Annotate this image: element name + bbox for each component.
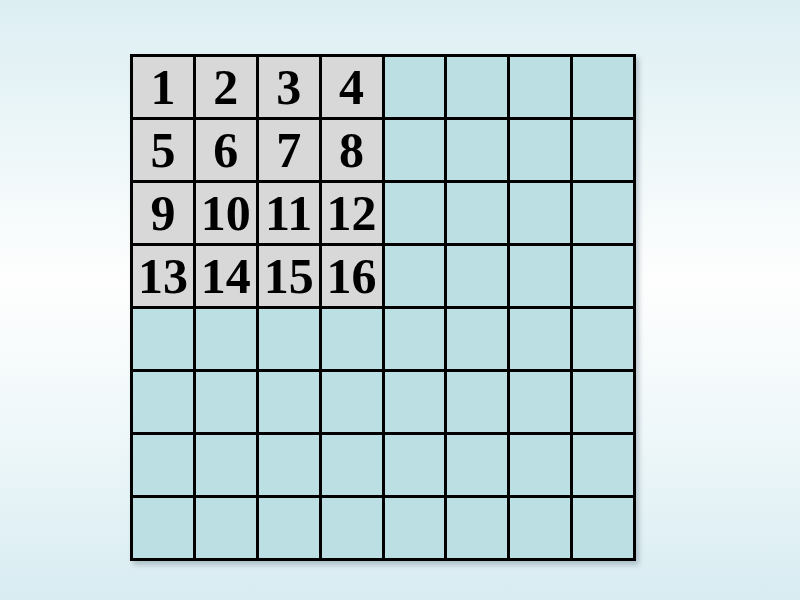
cell-r4c7 <box>510 246 570 306</box>
cell-r4c3: 15 <box>259 246 319 306</box>
grid-board: 12345678910111213141516 <box>130 54 636 561</box>
cell-r1c7 <box>510 57 570 117</box>
cell-r6c7 <box>510 372 570 432</box>
cell-r1c6 <box>447 57 507 117</box>
cell-r6c8 <box>573 372 633 432</box>
cell-r4c5 <box>385 246 445 306</box>
cell-r2c3: 7 <box>259 120 319 180</box>
cell-r4c1: 13 <box>133 246 193 306</box>
cell-r8c8 <box>573 498 633 558</box>
cell-r3c8 <box>573 183 633 243</box>
cell-r1c2: 2 <box>196 57 256 117</box>
cell-r3c4: 12 <box>322 183 382 243</box>
cell-r2c7 <box>510 120 570 180</box>
cell-r7c6 <box>447 435 507 495</box>
cell-r6c6 <box>447 372 507 432</box>
slide-background: 12345678910111213141516 <box>0 0 800 600</box>
cell-r8c3 <box>259 498 319 558</box>
cell-r7c1 <box>133 435 193 495</box>
cell-r8c6 <box>447 498 507 558</box>
cell-r1c8 <box>573 57 633 117</box>
cell-r3c1: 9 <box>133 183 193 243</box>
cell-r5c8 <box>573 309 633 369</box>
cell-r7c2 <box>196 435 256 495</box>
cell-r3c7 <box>510 183 570 243</box>
cell-r7c3 <box>259 435 319 495</box>
cell-r4c8 <box>573 246 633 306</box>
cell-r7c5 <box>385 435 445 495</box>
cell-r5c6 <box>447 309 507 369</box>
cell-r3c6 <box>447 183 507 243</box>
cell-r6c3 <box>259 372 319 432</box>
cell-r6c1 <box>133 372 193 432</box>
cell-r8c4 <box>322 498 382 558</box>
cell-r1c1: 1 <box>133 57 193 117</box>
cell-r1c5 <box>385 57 445 117</box>
cell-r2c2: 6 <box>196 120 256 180</box>
cell-r1c4: 4 <box>322 57 382 117</box>
cell-r2c1: 5 <box>133 120 193 180</box>
cell-r4c4: 16 <box>322 246 382 306</box>
cell-r2c5 <box>385 120 445 180</box>
cell-r8c1 <box>133 498 193 558</box>
cell-r5c5 <box>385 309 445 369</box>
cell-r3c5 <box>385 183 445 243</box>
cell-r8c7 <box>510 498 570 558</box>
cell-r6c5 <box>385 372 445 432</box>
cell-r3c2: 10 <box>196 183 256 243</box>
cell-r5c3 <box>259 309 319 369</box>
cell-r5c1 <box>133 309 193 369</box>
cell-r7c8 <box>573 435 633 495</box>
cell-r2c6 <box>447 120 507 180</box>
cell-r8c2 <box>196 498 256 558</box>
cell-r6c2 <box>196 372 256 432</box>
cell-r6c4 <box>322 372 382 432</box>
cell-r2c8 <box>573 120 633 180</box>
cell-r5c7 <box>510 309 570 369</box>
cell-r8c5 <box>385 498 445 558</box>
cell-r2c4: 8 <box>322 120 382 180</box>
cell-r4c2: 14 <box>196 246 256 306</box>
cell-r5c4 <box>322 309 382 369</box>
cell-r7c7 <box>510 435 570 495</box>
cell-r4c6 <box>447 246 507 306</box>
cell-r7c4 <box>322 435 382 495</box>
cell-r3c3: 11 <box>259 183 319 243</box>
cell-r5c2 <box>196 309 256 369</box>
cell-r1c3: 3 <box>259 57 319 117</box>
